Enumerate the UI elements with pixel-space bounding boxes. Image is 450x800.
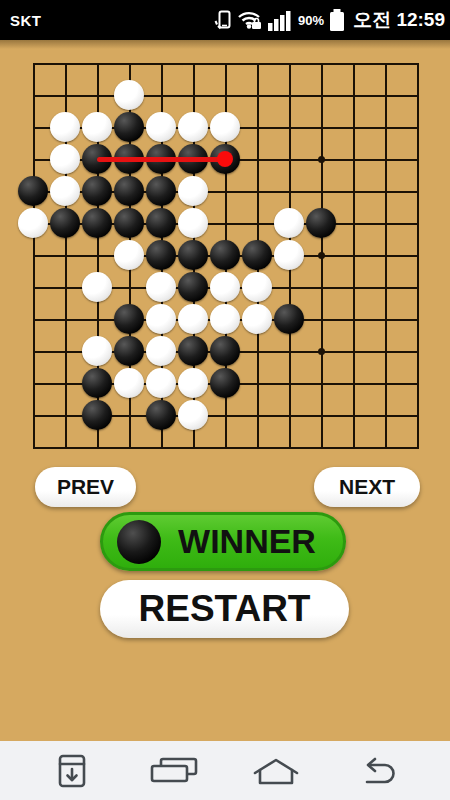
board-cell[interactable] — [113, 175, 145, 207]
black-stone — [114, 336, 144, 366]
board-cell[interactable] — [401, 239, 433, 271]
board-cell[interactable] — [81, 207, 113, 239]
board-cell[interactable] — [17, 207, 49, 239]
board-cell[interactable] — [273, 79, 305, 111]
board-cell[interactable] — [241, 143, 273, 175]
white-stone — [178, 176, 208, 206]
black-stone — [114, 176, 144, 206]
board-cell[interactable] — [81, 431, 113, 463]
white-stone — [114, 80, 144, 110]
board-cell[interactable] — [337, 143, 369, 175]
battery-percent-label: 90% — [298, 13, 324, 28]
board-cell[interactable] — [145, 175, 177, 207]
board-cell[interactable] — [305, 431, 337, 463]
window-pulldown-icon[interactable] — [42, 749, 102, 793]
board-cell[interactable] — [241, 271, 273, 303]
board-cell[interactable] — [49, 111, 81, 143]
board-cell[interactable] — [273, 303, 305, 335]
board-cell[interactable] — [273, 335, 305, 367]
board-cell[interactable] — [17, 175, 49, 207]
board-cell[interactable] — [369, 175, 401, 207]
board-cell[interactable] — [81, 271, 113, 303]
board-cell[interactable] — [305, 79, 337, 111]
white-stone — [178, 368, 208, 398]
black-stone — [178, 336, 208, 366]
board-cell[interactable] — [49, 335, 81, 367]
next-button-label: NEXT — [339, 475, 395, 499]
black-stone — [210, 368, 240, 398]
board-cell[interactable] — [401, 303, 433, 335]
board-cell[interactable] — [209, 335, 241, 367]
board-cell[interactable] — [209, 111, 241, 143]
black-stone-icon — [117, 520, 161, 564]
navigation-bar — [0, 741, 450, 800]
black-stone — [18, 176, 48, 206]
board-cell[interactable] — [369, 207, 401, 239]
board-cell[interactable] — [209, 367, 241, 399]
board-cell[interactable] — [337, 47, 369, 79]
board-cell[interactable] — [337, 79, 369, 111]
board-cell[interactable] — [17, 367, 49, 399]
white-stone — [146, 112, 176, 142]
white-stone — [242, 304, 272, 334]
white-stone — [242, 272, 272, 302]
board-cell[interactable] — [17, 111, 49, 143]
board-cell[interactable] — [305, 175, 337, 207]
restart-button-label: RESTART — [139, 588, 311, 630]
board-cell[interactable] — [145, 367, 177, 399]
board-cell[interactable] — [113, 207, 145, 239]
board-cell[interactable] — [369, 239, 401, 271]
board-cell[interactable] — [177, 431, 209, 463]
board-cell[interactable] — [145, 271, 177, 303]
winner-banner-label: WINNER — [161, 522, 333, 561]
board-cell[interactable] — [49, 239, 81, 271]
board-cell[interactable] — [369, 431, 401, 463]
board-cell[interactable] — [337, 239, 369, 271]
board-cell[interactable] — [241, 367, 273, 399]
white-stone — [210, 272, 240, 302]
board-cell[interactable] — [241, 239, 273, 271]
board-cell[interactable] — [369, 111, 401, 143]
black-stone — [178, 240, 208, 270]
white-stone — [146, 304, 176, 334]
board-cell[interactable] — [241, 111, 273, 143]
board-cell[interactable] — [81, 111, 113, 143]
black-stone — [114, 208, 144, 238]
board-cell[interactable] — [241, 399, 273, 431]
white-stone — [50, 144, 80, 174]
board-cell[interactable] — [81, 335, 113, 367]
white-stone — [274, 208, 304, 238]
board-cell[interactable] — [401, 79, 433, 111]
board-cell[interactable] — [273, 47, 305, 79]
black-stone — [114, 304, 144, 334]
board-cell[interactable] — [273, 111, 305, 143]
board-cell[interactable] — [305, 207, 337, 239]
star-point — [318, 156, 325, 163]
home-icon[interactable] — [246, 749, 306, 793]
board-cell[interactable] — [113, 367, 145, 399]
clock-label: 오전 12:59 — [353, 7, 445, 33]
board-cell[interactable] — [369, 303, 401, 335]
board-cell[interactable] — [337, 335, 369, 367]
board-cell[interactable] — [49, 207, 81, 239]
black-stone — [146, 208, 176, 238]
board-cell[interactable] — [177, 399, 209, 431]
board-cell[interactable] — [209, 399, 241, 431]
board-cell[interactable] — [369, 367, 401, 399]
board-cell[interactable] — [369, 143, 401, 175]
star-point — [318, 252, 325, 259]
board-cell[interactable] — [113, 79, 145, 111]
white-stone — [50, 176, 80, 206]
board-cell[interactable] — [177, 239, 209, 271]
board-cell[interactable] — [241, 431, 273, 463]
board-cell[interactable] — [145, 79, 177, 111]
white-stone — [114, 240, 144, 270]
board-cell[interactable] — [81, 175, 113, 207]
white-stone — [146, 336, 176, 366]
board-cell[interactable] — [113, 271, 145, 303]
white-stone — [82, 112, 112, 142]
board-cell[interactable] — [273, 175, 305, 207]
star-point — [318, 348, 325, 355]
board-cell[interactable] — [337, 271, 369, 303]
board-cell[interactable] — [145, 431, 177, 463]
board-cell[interactable] — [113, 431, 145, 463]
white-stone — [146, 272, 176, 302]
board-cell[interactable] — [177, 271, 209, 303]
white-stone — [82, 272, 112, 302]
black-stone — [50, 208, 80, 238]
black-stone — [210, 336, 240, 366]
winning-move-marker — [217, 151, 233, 167]
board-cell[interactable] — [49, 367, 81, 399]
white-stone — [50, 112, 80, 142]
board-cell[interactable] — [209, 431, 241, 463]
board-cell[interactable] — [49, 175, 81, 207]
game-area: PREV NEXT WINNER RESTART — [0, 40, 450, 741]
black-stone — [306, 208, 336, 238]
board-cell[interactable] — [401, 399, 433, 431]
board-cell[interactable] — [337, 111, 369, 143]
board-cell[interactable] — [49, 399, 81, 431]
board-cell[interactable] — [337, 175, 369, 207]
board-cell[interactable] — [401, 143, 433, 175]
board-cell[interactable] — [241, 207, 273, 239]
board-cell[interactable] — [81, 239, 113, 271]
board-cell[interactable] — [305, 239, 337, 271]
board-cell[interactable] — [177, 207, 209, 239]
board-cell[interactable] — [273, 399, 305, 431]
board-cell[interactable] — [177, 367, 209, 399]
prev-button[interactable]: PREV — [35, 467, 136, 507]
board-cell[interactable] — [209, 207, 241, 239]
white-stone — [18, 208, 48, 238]
board-cell[interactable] — [305, 303, 337, 335]
board-cell[interactable] — [145, 207, 177, 239]
black-stone — [82, 208, 112, 238]
phone-screen: SKT — [0, 0, 450, 800]
board-cell[interactable] — [145, 239, 177, 271]
board-cell[interactable] — [145, 399, 177, 431]
board-cell[interactable] — [145, 111, 177, 143]
white-stone — [210, 304, 240, 334]
white-stone — [274, 240, 304, 270]
signal-strength-icon — [268, 10, 293, 31]
black-stone — [242, 240, 272, 270]
winning-line-marker — [97, 157, 225, 162]
next-button[interactable]: NEXT — [314, 467, 420, 507]
board-cell[interactable] — [273, 143, 305, 175]
board-cell[interactable] — [241, 335, 273, 367]
board-cell[interactable] — [273, 271, 305, 303]
board-cell[interactable] — [241, 47, 273, 79]
board-cell[interactable] — [401, 111, 433, 143]
board-cell[interactable] — [177, 47, 209, 79]
white-stone — [146, 368, 176, 398]
board-cell[interactable] — [401, 367, 433, 399]
board-cell[interactable] — [49, 431, 81, 463]
board-cell[interactable] — [209, 79, 241, 111]
status-bar: SKT — [0, 0, 450, 40]
board-cell[interactable] — [81, 399, 113, 431]
board-cell[interactable] — [145, 335, 177, 367]
board-cell[interactable] — [241, 79, 273, 111]
wifi-lock-icon — [237, 10, 263, 30]
board-cell[interactable] — [337, 303, 369, 335]
board-cell[interactable] — [273, 207, 305, 239]
black-stone — [210, 240, 240, 270]
board-cell[interactable] — [337, 367, 369, 399]
black-stone — [274, 304, 304, 334]
board-cell[interactable] — [401, 207, 433, 239]
white-stone — [114, 368, 144, 398]
board-cell[interactable] — [305, 271, 337, 303]
board-cell[interactable] — [17, 335, 49, 367]
vibrate-icon — [212, 9, 232, 31]
board-cell[interactable] — [273, 239, 305, 271]
black-stone — [82, 368, 112, 398]
board-cell[interactable] — [113, 111, 145, 143]
black-stone — [146, 400, 176, 430]
board-cell[interactable] — [369, 271, 401, 303]
board-cell[interactable] — [401, 335, 433, 367]
board-cell[interactable] — [401, 271, 433, 303]
board-cell[interactable] — [369, 335, 401, 367]
board-cell[interactable] — [17, 431, 49, 463]
status-icons: 90% 오전 12:59 — [212, 7, 450, 33]
recent-apps-icon[interactable] — [144, 749, 204, 793]
white-stone — [210, 112, 240, 142]
board-cell[interactable] — [17, 47, 49, 79]
board-cell[interactable] — [81, 367, 113, 399]
board-cell[interactable] — [177, 335, 209, 367]
black-stone — [114, 112, 144, 142]
battery-icon — [329, 9, 345, 31]
board-cell[interactable] — [113, 239, 145, 271]
black-stone — [82, 176, 112, 206]
board-cell[interactable] — [401, 431, 433, 463]
board-cell[interactable] — [241, 175, 273, 207]
board-cell[interactable] — [305, 367, 337, 399]
board-cell[interactable] — [17, 271, 49, 303]
board-cell[interactable] — [209, 271, 241, 303]
black-stone — [82, 400, 112, 430]
board-cell[interactable] — [209, 303, 241, 335]
board-cell[interactable] — [369, 79, 401, 111]
board-cell[interactable] — [49, 47, 81, 79]
board-cell[interactable] — [81, 47, 113, 79]
board-cell[interactable] — [145, 303, 177, 335]
board-cell[interactable] — [305, 399, 337, 431]
board-cell[interactable] — [305, 111, 337, 143]
board-cell[interactable] — [113, 47, 145, 79]
winner-banner: WINNER — [100, 512, 346, 571]
board-cell[interactable] — [209, 47, 241, 79]
board-cell[interactable] — [241, 303, 273, 335]
go-board — [17, 47, 433, 463]
board-cell[interactable] — [17, 303, 49, 335]
board-cell[interactable] — [401, 175, 433, 207]
board-cell[interactable] — [177, 175, 209, 207]
board-cell[interactable] — [145, 47, 177, 79]
board-cell[interactable] — [177, 303, 209, 335]
board-cell[interactable] — [305, 335, 337, 367]
white-stone — [178, 112, 208, 142]
board-cell[interactable] — [273, 367, 305, 399]
board-cell[interactable] — [337, 399, 369, 431]
carrier-label: SKT — [0, 12, 42, 29]
board-cell[interactable] — [81, 79, 113, 111]
board-cell[interactable] — [337, 207, 369, 239]
board-cell[interactable] — [369, 399, 401, 431]
prev-button-label: PREV — [57, 475, 114, 499]
board-cells[interactable] — [17, 47, 433, 463]
board-cell[interactable] — [49, 303, 81, 335]
board-cell[interactable] — [49, 143, 81, 175]
board-cell[interactable] — [209, 175, 241, 207]
restart-button[interactable]: RESTART — [100, 580, 349, 638]
board-cell[interactable] — [17, 399, 49, 431]
board-cell[interactable] — [177, 79, 209, 111]
board-cell[interactable] — [305, 143, 337, 175]
board-cell[interactable] — [81, 303, 113, 335]
board-cell[interactable] — [273, 431, 305, 463]
board-cell[interactable] — [113, 399, 145, 431]
board-cell[interactable] — [49, 271, 81, 303]
board-cell[interactable] — [305, 47, 337, 79]
board-cell[interactable] — [17, 79, 49, 111]
black-stone — [146, 240, 176, 270]
back-icon[interactable] — [348, 749, 408, 793]
white-stone — [178, 400, 208, 430]
board-cell[interactable] — [17, 239, 49, 271]
board-cell[interactable] — [113, 335, 145, 367]
white-stone — [178, 208, 208, 238]
board-cell[interactable] — [401, 47, 433, 79]
black-stone — [178, 272, 208, 302]
board-cell[interactable] — [369, 47, 401, 79]
board-cell[interactable] — [337, 431, 369, 463]
black-stone — [146, 176, 176, 206]
board-cell[interactable] — [49, 79, 81, 111]
white-stone — [82, 336, 112, 366]
board-cell[interactable] — [177, 111, 209, 143]
board-cell[interactable] — [209, 239, 241, 271]
board-cell[interactable] — [113, 303, 145, 335]
white-stone — [178, 304, 208, 334]
board-cell[interactable] — [17, 143, 49, 175]
